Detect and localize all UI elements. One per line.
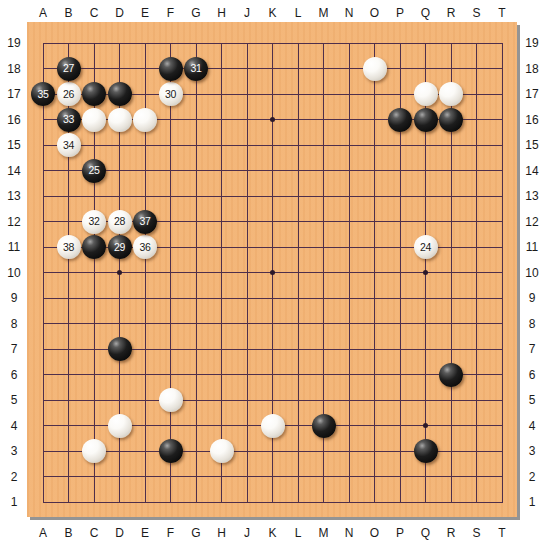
col-label-bottom: T: [492, 525, 512, 541]
stone-move-number: 27: [63, 63, 74, 74]
row-label-right: 5: [522, 392, 542, 408]
col-label-bottom: C: [84, 525, 104, 541]
stone-black-B18[interactable]: 27: [57, 57, 81, 81]
row-label-right: 2: [522, 469, 542, 485]
col-label-bottom: D: [110, 525, 130, 541]
col-label-bottom: M: [314, 525, 334, 541]
row-label-right: 14: [522, 163, 542, 179]
stone-white-D16[interactable]: [108, 108, 132, 132]
row-label-right: 13: [522, 188, 542, 204]
col-label-top: J: [237, 5, 257, 21]
stone-white-B17[interactable]: 26: [57, 82, 81, 106]
stone-black-Q16[interactable]: [414, 108, 438, 132]
row-label-left: 10: [4, 265, 24, 281]
stone-black-A17[interactable]: 35: [31, 82, 55, 106]
stone-black-D17[interactable]: [108, 82, 132, 106]
stone-white-K4[interactable]: [261, 414, 285, 438]
col-label-top: M: [314, 5, 334, 21]
stone-white-D12[interactable]: 28: [108, 210, 132, 234]
stone-white-E16[interactable]: [133, 108, 157, 132]
col-label-top: F: [161, 5, 181, 21]
col-label-top: L: [288, 5, 308, 21]
col-label-bottom: N: [339, 525, 359, 541]
row-label-right: 18: [522, 61, 542, 77]
stone-black-M4[interactable]: [312, 414, 336, 438]
row-label-left: 14: [4, 163, 24, 179]
row-label-right: 7: [522, 341, 542, 357]
stone-white-C3[interactable]: [82, 439, 106, 463]
stone-black-E12[interactable]: 37: [133, 210, 157, 234]
stone-white-Q17[interactable]: [414, 82, 438, 106]
stone-white-E11[interactable]: 36: [133, 235, 157, 259]
col-label-bottom: R: [441, 525, 461, 541]
stone-black-C17[interactable]: [82, 82, 106, 106]
row-label-right: 19: [522, 35, 542, 51]
row-label-right: 8: [522, 316, 542, 332]
col-label-bottom: Q: [416, 525, 436, 541]
col-label-bottom: G: [186, 525, 206, 541]
row-label-right: 6: [522, 367, 542, 383]
col-label-top: B: [59, 5, 79, 21]
grid-line-horizontal: [43, 400, 503, 401]
col-label-top: N: [339, 5, 359, 21]
col-label-bottom: P: [390, 525, 410, 541]
row-label-right: 15: [522, 137, 542, 153]
go-board-diagram: AABBCCDDEEFFGGHHJJKKLLMMNNOOPPQQRRSSTT19…: [0, 0, 550, 550]
stone-move-number: 24: [420, 242, 431, 253]
stone-white-C12[interactable]: 32: [82, 210, 106, 234]
grid-line-horizontal: [43, 502, 503, 503]
row-label-right: 11: [522, 239, 542, 255]
row-label-left: 7: [4, 341, 24, 357]
col-label-bottom: S: [467, 525, 487, 541]
row-label-left: 11: [4, 239, 24, 255]
col-label-top: K: [263, 5, 283, 21]
stone-white-Q11[interactable]: 24: [414, 235, 438, 259]
stone-white-B15[interactable]: 34: [57, 133, 81, 157]
stone-white-H3[interactable]: [210, 439, 234, 463]
row-label-left: 4: [4, 418, 24, 434]
row-label-left: 16: [4, 112, 24, 128]
grid-line-vertical: [298, 43, 299, 503]
star-point: [423, 423, 428, 428]
col-label-top: H: [212, 5, 232, 21]
row-label-left: 17: [4, 86, 24, 102]
row-label-left: 3: [4, 443, 24, 459]
col-label-bottom: B: [59, 525, 79, 541]
col-label-top: Q: [416, 5, 436, 21]
star-point: [423, 270, 428, 275]
row-label-left: 5: [4, 392, 24, 408]
row-label-left: 2: [4, 469, 24, 485]
board-layer: AABBCCDDEEFFGGHHJJKKLLMMNNOOPPQQRRSSTT19…: [0, 0, 550, 550]
stone-black-D11[interactable]: 29: [108, 235, 132, 259]
row-label-left: 1: [4, 494, 24, 510]
col-label-bottom: A: [33, 525, 53, 541]
star-point: [270, 270, 275, 275]
col-label-top: E: [135, 5, 155, 21]
stone-white-B11[interactable]: 38: [57, 235, 81, 259]
stone-move-number: 31: [190, 63, 201, 74]
stone-white-F17[interactable]: 30: [159, 82, 183, 106]
row-label-left: 12: [4, 214, 24, 230]
col-label-top: C: [84, 5, 104, 21]
row-label-left: 13: [4, 188, 24, 204]
stone-move-number: 26: [63, 89, 74, 100]
row-label-right: 17: [522, 86, 542, 102]
stone-move-number: 38: [63, 242, 74, 253]
row-label-right: 4: [522, 418, 542, 434]
grid-line-vertical: [374, 43, 375, 503]
stone-black-B16[interactable]: 33: [57, 108, 81, 132]
stone-white-O18[interactable]: [363, 57, 387, 81]
stone-move-number: 30: [165, 89, 176, 100]
stone-black-P16[interactable]: [388, 108, 412, 132]
row-label-left: 18: [4, 61, 24, 77]
col-label-bottom: H: [212, 525, 232, 541]
row-label-left: 15: [4, 137, 24, 153]
col-label-top: O: [365, 5, 385, 21]
col-label-bottom: O: [365, 525, 385, 541]
stone-white-C16[interactable]: [82, 108, 106, 132]
grid-line-horizontal: [43, 323, 503, 324]
row-label-left: 19: [4, 35, 24, 51]
stone-move-number: 32: [88, 216, 99, 227]
col-label-top: T: [492, 5, 512, 21]
stone-move-number: 35: [37, 89, 48, 100]
col-label-bottom: F: [161, 525, 181, 541]
star-point: [270, 117, 275, 122]
stone-black-F18[interactable]: [159, 57, 183, 81]
col-label-bottom: L: [288, 525, 308, 541]
stone-black-D7[interactable]: [108, 337, 132, 361]
stone-black-F3[interactable]: [159, 439, 183, 463]
stone-black-R16[interactable]: [439, 108, 463, 132]
stone-white-R17[interactable]: [439, 82, 463, 106]
col-label-bottom: K: [263, 525, 283, 541]
grid-line-horizontal: [43, 374, 503, 375]
stone-move-number: 28: [114, 216, 125, 227]
grid-line-vertical: [476, 43, 477, 503]
stone-move-number: 25: [88, 165, 99, 176]
row-label-right: 3: [522, 443, 542, 459]
grid-line-horizontal: [43, 298, 503, 299]
row-label-right: 9: [522, 290, 542, 306]
stone-black-C14[interactable]: 25: [82, 159, 106, 183]
col-label-top: S: [467, 5, 487, 21]
row-label-left: 8: [4, 316, 24, 332]
col-label-top: A: [33, 5, 53, 21]
stone-move-number: 37: [139, 216, 150, 227]
row-label-left: 6: [4, 367, 24, 383]
stone-white-D4[interactable]: [108, 414, 132, 438]
col-label-top: P: [390, 5, 410, 21]
stone-move-number: 36: [139, 242, 150, 253]
row-label-right: 12: [522, 214, 542, 230]
grid-line-vertical: [502, 43, 503, 503]
col-label-top: G: [186, 5, 206, 21]
stone-move-number: 29: [114, 242, 125, 253]
grid-line-vertical: [349, 43, 350, 503]
stone-black-G18[interactable]: 31: [184, 57, 208, 81]
stone-black-C11[interactable]: [82, 235, 106, 259]
col-label-bottom: E: [135, 525, 155, 541]
row-label-left: 9: [4, 290, 24, 306]
stone-black-R6[interactable]: [439, 363, 463, 387]
stone-move-number: 33: [63, 114, 74, 125]
col-label-bottom: J: [237, 525, 257, 541]
stone-white-F5[interactable]: [159, 388, 183, 412]
star-point: [117, 270, 122, 275]
col-label-top: D: [110, 5, 130, 21]
col-label-top: R: [441, 5, 461, 21]
stone-move-number: 34: [63, 140, 74, 151]
row-label-right: 10: [522, 265, 542, 281]
row-label-right: 1: [522, 494, 542, 510]
row-label-right: 16: [522, 112, 542, 128]
grid-line-horizontal: [43, 476, 503, 477]
stone-black-Q3[interactable]: [414, 439, 438, 463]
